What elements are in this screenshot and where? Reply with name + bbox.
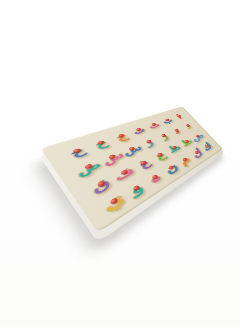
product-photo-scene: ابتثجحخدذرزسشصضطظعغفقكلمنهوي	[0, 0, 240, 327]
